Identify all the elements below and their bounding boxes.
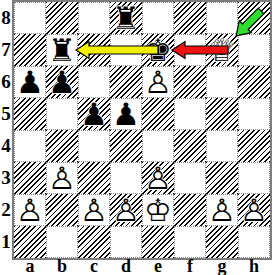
square-b2[interactable] [46,194,78,226]
black-king-glyph: ♚ [142,34,174,66]
square-g8[interactable] [206,2,238,34]
white-queen[interactable]: ♛♕ [206,34,238,66]
square-c3[interactable] [78,162,110,194]
file-label-e: e [142,258,174,275]
white-pawn[interactable]: ♟♙ [110,194,142,226]
square-e2[interactable]: ♚♔ [142,194,174,226]
black-rook-glyph: ♜ [110,2,142,34]
rank-label-1: 1 [0,226,12,258]
square-a1[interactable] [14,226,46,258]
black-pawn[interactable]: ♟ [78,98,110,130]
square-a5[interactable] [14,98,46,130]
rank-label-6: 6 [0,66,12,98]
black-pawn-glyph: ♟ [78,98,110,130]
square-h5[interactable] [238,98,270,130]
square-d8[interactable]: ♜ [110,2,142,34]
black-pawn[interactable]: ♟ [111,99,141,129]
square-a7[interactable] [14,34,46,66]
black-pawn[interactable]: ♟ [46,66,78,98]
black-pawn-glyph: ♟ [15,67,45,97]
square-c7[interactable] [78,34,110,66]
square-f7[interactable] [174,34,206,66]
file-label-h: h [238,258,270,275]
square-h1[interactable] [238,226,270,258]
file-label-a: a [14,258,46,275]
file-label-b: b [46,258,78,275]
file-label-g: g [206,258,238,275]
white-pawn-glyph: ♙ [143,67,173,97]
white-pawn-glyph: ♙ [207,195,237,225]
square-b3[interactable]: ♟♙ [46,162,78,194]
square-f4[interactable] [174,130,206,162]
square-d5[interactable]: ♟ [110,98,142,130]
rank-label-8: 8 [0,2,12,34]
square-h2[interactable]: ♟♙ [238,194,270,226]
file-label-f: f [174,258,206,275]
square-a8[interactable] [14,2,46,34]
square-g7[interactable]: ♛♕ [206,34,238,66]
rank-label-5: 5 [0,98,12,130]
white-pawn[interactable]: ♟♙ [207,195,237,225]
square-b4[interactable] [46,130,78,162]
board-frame: ♜♜♚♛♕♟♟♟♙♟♟♟♙♟♙♟♙♟♙♟♙♚♔♟♙♟♙ [12,0,272,260]
square-d7[interactable] [110,34,142,66]
square-b8[interactable] [46,2,78,34]
chess-board-diagram: 87654321 ♜♜♚♛♕♟♟♟♙♟♟♟♙♟♙♟♙♟♙♟♙♚♔♟♙♟♙ abc… [0,0,275,275]
white-king[interactable]: ♚♔ [143,195,173,225]
square-c4[interactable] [78,130,110,162]
white-pawn-glyph: ♙ [79,195,109,225]
square-a2[interactable]: ♟♙ [14,194,46,226]
white-queen-glyph: ♕ [206,34,238,66]
square-b5[interactable] [46,98,78,130]
white-pawn[interactable]: ♟♙ [142,162,174,194]
white-pawn[interactable]: ♟♙ [79,195,109,225]
square-a6[interactable]: ♟ [14,66,46,98]
square-d4[interactable] [110,130,142,162]
square-h3[interactable] [238,162,270,194]
chess-board: ♜♜♚♛♕♟♟♟♙♟♟♟♙♟♙♟♙♟♙♟♙♚♔♟♙♟♙ [14,2,270,258]
white-pawn-glyph: ♙ [142,162,174,194]
white-pawn[interactable]: ♟♙ [15,195,45,225]
white-pawn-glyph: ♙ [238,194,270,226]
square-f5[interactable] [174,98,206,130]
square-h8[interactable] [238,2,270,34]
square-c8[interactable] [78,2,110,34]
square-f3[interactable] [174,162,206,194]
square-g1[interactable] [206,226,238,258]
square-a4[interactable] [14,130,46,162]
rank-label-2: 2 [0,194,12,226]
square-e7[interactable]: ♚ [142,34,174,66]
square-e3[interactable]: ♟♙ [142,162,174,194]
file-label-d: d [110,258,142,275]
square-h6[interactable] [238,66,270,98]
square-e6[interactable]: ♟♙ [142,66,174,98]
black-rook[interactable]: ♜ [110,2,142,34]
square-b1[interactable] [46,226,78,258]
square-b6[interactable]: ♟ [46,66,78,98]
square-b7[interactable]: ♜ [46,34,78,66]
square-c1[interactable] [78,226,110,258]
square-h7[interactable] [238,34,270,66]
black-pawn[interactable]: ♟ [15,67,45,97]
square-a3[interactable] [14,162,46,194]
square-g5[interactable] [206,98,238,130]
square-f6[interactable] [174,66,206,98]
square-f8[interactable] [174,2,206,34]
square-e1[interactable] [142,226,174,258]
square-h4[interactable] [238,130,270,162]
square-f2[interactable] [174,194,206,226]
white-pawn[interactable]: ♟♙ [47,163,77,193]
square-g3[interactable] [206,162,238,194]
rank-label-7: 7 [0,34,12,66]
square-e5[interactable] [142,98,174,130]
square-g4[interactable] [206,130,238,162]
white-pawn[interactable]: ♟♙ [238,194,270,226]
square-g6[interactable] [206,66,238,98]
square-e8[interactable] [142,2,174,34]
square-d2[interactable]: ♟♙ [110,194,142,226]
square-c2[interactable]: ♟♙ [78,194,110,226]
black-pawn-glyph: ♟ [111,99,141,129]
square-d3[interactable] [110,162,142,194]
white-pawn-glyph: ♙ [47,163,77,193]
square-f1[interactable] [174,226,206,258]
black-rook[interactable]: ♜ [47,35,77,65]
square-d6[interactable] [110,66,142,98]
rank-label-3: 3 [0,162,12,194]
file-label-c: c [78,258,110,275]
square-d1[interactable] [110,226,142,258]
black-rook-glyph: ♜ [47,35,77,65]
square-e4[interactable] [142,130,174,162]
black-pawn-glyph: ♟ [46,66,78,98]
black-king[interactable]: ♚ [142,34,174,66]
white-pawn[interactable]: ♟♙ [143,67,173,97]
white-king-glyph: ♔ [143,195,173,225]
square-g2[interactable]: ♟♙ [206,194,238,226]
white-pawn-glyph: ♙ [15,195,45,225]
rank-label-4: 4 [0,130,12,162]
square-c6[interactable] [78,66,110,98]
white-pawn-glyph: ♙ [110,194,142,226]
square-c5[interactable]: ♟ [78,98,110,130]
